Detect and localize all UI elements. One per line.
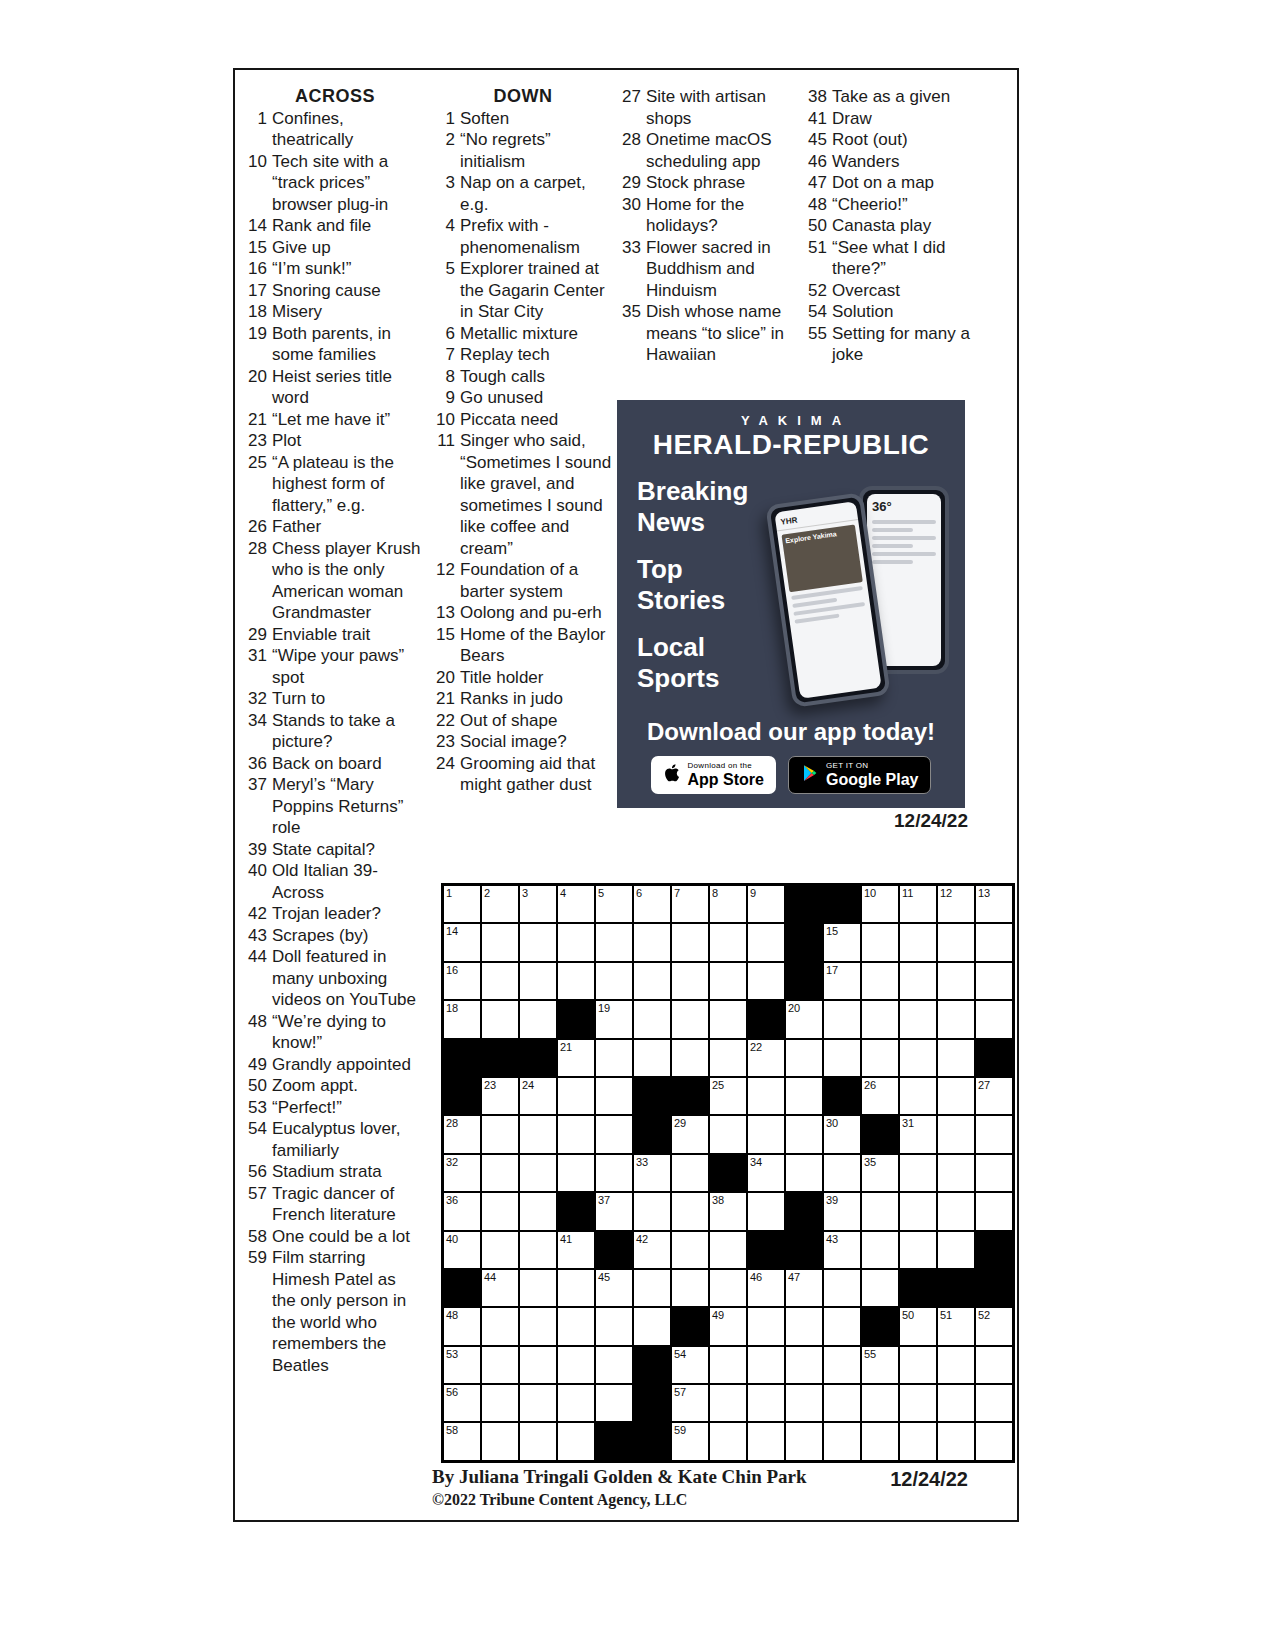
grid-cell[interactable]: 59 [671, 1422, 709, 1460]
down-clue-46: 46Wanders [806, 151, 976, 173]
grid-cell[interactable] [899, 962, 937, 1000]
grid-cell[interactable]: 10 [861, 885, 899, 923]
clue-number: 6 [434, 323, 460, 345]
clue-text: Out of shape [460, 710, 612, 732]
grid-cell[interactable] [519, 1269, 557, 1307]
cell-number: 44 [484, 1271, 496, 1283]
grid-cell[interactable]: 4 [557, 885, 595, 923]
grid-cell[interactable]: 12 [937, 885, 975, 923]
grid-cell[interactable] [481, 1192, 519, 1230]
grid-cell[interactable] [899, 1039, 937, 1077]
down-clue-51: 51“See what I did there?” [806, 237, 976, 280]
grid-cell[interactable] [899, 1000, 937, 1038]
grid-cell[interactable] [671, 1269, 709, 1307]
grid-cell[interactable] [861, 1192, 899, 1230]
grid-cell[interactable] [861, 962, 899, 1000]
clue-text: Scrapes (by) [272, 925, 424, 947]
grid-cell[interactable] [633, 1000, 671, 1038]
grid-cell[interactable]: 57 [671, 1384, 709, 1422]
black-cell [975, 1231, 1013, 1269]
grid-cell[interactable]: 53 [443, 1346, 481, 1384]
cell-number: 54 [674, 1348, 686, 1360]
grid-cell[interactable] [785, 1115, 823, 1153]
grid-cell[interactable] [671, 1192, 709, 1230]
grid-cell[interactable] [633, 962, 671, 1000]
grid-cell[interactable]: 16 [443, 962, 481, 1000]
cell-number: 33 [636, 1156, 648, 1168]
grid-cell[interactable] [747, 1384, 785, 1422]
clue-number: 10 [434, 409, 460, 431]
grid-cell[interactable] [671, 1154, 709, 1192]
grid-cell[interactable] [481, 1307, 519, 1345]
grid-cell[interactable] [975, 1000, 1013, 1038]
clue-number: 15 [434, 624, 460, 667]
grid-cell[interactable] [937, 1154, 975, 1192]
grid-cell[interactable] [709, 1000, 747, 1038]
grid-cell[interactable] [937, 1115, 975, 1153]
grid-cell[interactable]: 2 [481, 885, 519, 923]
cell-number: 22 [750, 1041, 762, 1053]
grid-cell[interactable] [709, 1422, 747, 1460]
clue-text: Rank and file [272, 215, 424, 237]
cell-number: 48 [446, 1309, 458, 1321]
grid-cell[interactable] [709, 1115, 747, 1153]
grid-cell[interactable] [671, 1039, 709, 1077]
grid-cell[interactable] [709, 1346, 747, 1384]
clue-text: Take as a given [832, 86, 976, 108]
grid-cell[interactable]: 9 [747, 885, 785, 923]
grid-cell[interactable] [937, 1422, 975, 1460]
grid-cell[interactable]: 21 [557, 1039, 595, 1077]
grid-cell[interactable]: 50 [899, 1307, 937, 1345]
down-clues-column-1: DOWN 1Soften2“No regrets” initialism3Nap… [434, 86, 612, 796]
clue-number: 28 [620, 129, 646, 172]
black-cell [785, 1231, 823, 1269]
grid-cell[interactable]: 39 [823, 1192, 861, 1230]
grid-cell[interactable]: 26 [861, 1077, 899, 1115]
down-clue-45: 45Root (out) [806, 129, 976, 151]
grid-cell[interactable]: 43 [823, 1231, 861, 1269]
across-clue-21: 21“Let me have it” [246, 409, 424, 431]
grid-cell[interactable]: 31 [899, 1115, 937, 1153]
grid-cell[interactable]: 42 [633, 1231, 671, 1269]
grid-cell[interactable]: 28 [443, 1115, 481, 1153]
black-cell [557, 1000, 595, 1038]
grid-cell[interactable] [861, 1000, 899, 1038]
grid-cell[interactable] [709, 923, 747, 961]
grid-cell[interactable] [899, 1077, 937, 1115]
grid-cell[interactable]: 7 [671, 885, 709, 923]
grid-cell[interactable] [747, 1115, 785, 1153]
grid-cell[interactable]: 20 [785, 1000, 823, 1038]
clue-number: 17 [246, 280, 272, 302]
cell-number: 1 [446, 887, 452, 899]
clue-text: Overcast [832, 280, 976, 302]
grid-cell[interactable] [557, 1307, 595, 1345]
grid-cell[interactable]: 22 [747, 1039, 785, 1077]
grid-cell[interactable] [861, 1039, 899, 1077]
grid-cell[interactable] [519, 1307, 557, 1345]
grid-cell[interactable] [899, 1192, 937, 1230]
grid-cell[interactable] [747, 1077, 785, 1115]
grid-cell[interactable]: 41 [557, 1231, 595, 1269]
grid-cell[interactable] [595, 1346, 633, 1384]
grid-cell[interactable] [823, 1154, 861, 1192]
grid-cell[interactable] [557, 1115, 595, 1153]
grid-cell[interactable] [557, 1269, 595, 1307]
black-cell [823, 1077, 861, 1115]
grid-cell[interactable] [823, 1307, 861, 1345]
clue-text: Stock phrase [646, 172, 794, 194]
grid-cell[interactable] [519, 1154, 557, 1192]
grid-cell[interactable] [595, 1384, 633, 1422]
black-cell [937, 1269, 975, 1307]
clue-number: 12 [434, 559, 460, 602]
grid-cell[interactable]: 17 [823, 962, 861, 1000]
across-clue-32: 32Turn to [246, 688, 424, 710]
cell-number: 36 [446, 1194, 458, 1206]
down-clue-55: 55Setting for many a joke [806, 323, 976, 366]
grid-cell[interactable] [975, 923, 1013, 961]
grid-cell[interactable] [937, 1000, 975, 1038]
cell-number: 32 [446, 1156, 458, 1168]
down-header: DOWN [434, 86, 612, 108]
cell-number: 14 [446, 925, 458, 937]
grid-cell[interactable] [861, 1384, 899, 1422]
ad-feature-local-sports: Local Sports [637, 632, 767, 694]
grid-cell[interactable] [823, 1000, 861, 1038]
grid-cell[interactable]: 13 [975, 885, 1013, 923]
grid-cell[interactable] [595, 1115, 633, 1153]
down-clue-9: 9Go unused [434, 387, 612, 409]
grid-cell[interactable] [557, 1422, 595, 1460]
grid-cell[interactable] [785, 1077, 823, 1115]
across-clue-list: 1Confines, theatrically10Tech site with … [246, 108, 424, 1377]
grid-cell[interactable] [519, 1422, 557, 1460]
clue-text: Chess player Krush who is the only Ameri… [272, 538, 424, 624]
grid-cell[interactable] [595, 923, 633, 961]
black-cell [481, 1039, 519, 1077]
grid-cell[interactable] [937, 1077, 975, 1115]
down-clue-35: 35Dish whose name means “to slice” in Ha… [620, 301, 794, 366]
grid-cell[interactable] [481, 1231, 519, 1269]
grid-cell[interactable]: 18 [443, 1000, 481, 1038]
grid-cell[interactable] [861, 1269, 899, 1307]
black-cell [975, 1039, 1013, 1077]
grid-cell[interactable] [975, 1384, 1013, 1422]
grid-cell[interactable]: 25 [709, 1077, 747, 1115]
grid-cell[interactable]: 38 [709, 1192, 747, 1230]
down-clue-48: 48“Cheerio!” [806, 194, 976, 216]
clue-text: Old Italian 39-Across [272, 860, 424, 903]
grid-cell[interactable] [937, 1384, 975, 1422]
grid-cell[interactable] [671, 1231, 709, 1269]
grid-cell[interactable] [595, 962, 633, 1000]
cell-number: 26 [864, 1079, 876, 1091]
grid-cell[interactable] [519, 1346, 557, 1384]
grid-cell[interactable]: 30 [823, 1115, 861, 1153]
grid-cell[interactable] [899, 1154, 937, 1192]
black-cell [747, 1000, 785, 1038]
clue-text: “We’re dying to know!” [272, 1011, 424, 1054]
grid-cell[interactable]: 51 [937, 1307, 975, 1345]
grid-cell[interactable]: 1 [443, 885, 481, 923]
grid-cell[interactable]: 54 [671, 1346, 709, 1384]
grid-cell[interactable] [481, 1384, 519, 1422]
grid-cell[interactable] [633, 1269, 671, 1307]
clue-text: “See what I did there?” [832, 237, 976, 280]
grid-cell[interactable]: 49 [709, 1307, 747, 1345]
grid-cell[interactable]: 48 [443, 1307, 481, 1345]
cell-number: 4 [560, 887, 566, 899]
grid-cell[interactable]: 55 [861, 1346, 899, 1384]
grid-cell[interactable] [481, 1346, 519, 1384]
grid-cell[interactable] [975, 1422, 1013, 1460]
clue-text: “I’m sunk!” [272, 258, 424, 280]
clue-text: Tragic dancer of French literature [272, 1183, 424, 1226]
clue-number: 48 [246, 1011, 272, 1054]
grid-cell[interactable] [519, 1384, 557, 1422]
grid-cell[interactable] [899, 1422, 937, 1460]
grid-cell[interactable] [747, 1422, 785, 1460]
across-clue-20: 20Heist series title word [246, 366, 424, 409]
byline: By Juliana Tringali Golden & Kate Chin P… [432, 1466, 807, 1488]
grid-cell[interactable] [557, 923, 595, 961]
grid-cell[interactable]: 19 [595, 1000, 633, 1038]
cell-number: 20 [788, 1002, 800, 1014]
clue-number: 59 [246, 1247, 272, 1376]
grid-cell[interactable]: 14 [443, 923, 481, 961]
grid-cell[interactable] [975, 1192, 1013, 1230]
grid-cell[interactable] [747, 923, 785, 961]
grid-cell[interactable] [595, 1307, 633, 1345]
grid-cell[interactable] [633, 1039, 671, 1077]
down-clue-28: 28Onetime macOS scheduling app [620, 129, 794, 172]
clue-number: 42 [246, 903, 272, 925]
grid-cell[interactable]: 11 [899, 885, 937, 923]
grid-cell[interactable] [595, 1039, 633, 1077]
grid-cell[interactable] [519, 1000, 557, 1038]
grid-cell[interactable] [557, 1154, 595, 1192]
black-cell [785, 1192, 823, 1230]
grid-cell[interactable] [595, 1154, 633, 1192]
crossword-grid: 1234567891011121314151617181920212223242… [441, 883, 1015, 1463]
grid-cell[interactable]: 29 [671, 1115, 709, 1153]
grid-cell[interactable] [823, 1269, 861, 1307]
google-play-badge[interactable]: GET IT ON Google Play [788, 756, 931, 794]
grid-cell[interactable]: 46 [747, 1269, 785, 1307]
grid-cell[interactable]: 58 [443, 1422, 481, 1460]
down-clue-12: 12Foundation of a barter system [434, 559, 612, 602]
across-clue-31: 31“Wipe your paws” spot [246, 645, 424, 688]
clue-text: Confines, theatrically [272, 108, 424, 151]
cell-number: 42 [636, 1233, 648, 1245]
clue-number: 53 [246, 1097, 272, 1119]
grid-cell[interactable]: 34 [747, 1154, 785, 1192]
grid-cell[interactable] [899, 1346, 937, 1384]
clue-text: Soften [460, 108, 612, 130]
clue-text: Grooming aid that might gather dust [460, 753, 612, 796]
clue-number: 7 [434, 344, 460, 366]
grid-cell[interactable] [633, 1192, 671, 1230]
grid-cell[interactable]: 33 [633, 1154, 671, 1192]
clue-number: 14 [246, 215, 272, 237]
grid-cell[interactable]: 44 [481, 1269, 519, 1307]
cell-number: 16 [446, 964, 458, 976]
clue-number: 1 [246, 108, 272, 151]
grid-cell[interactable] [481, 923, 519, 961]
grid-cell[interactable] [709, 962, 747, 1000]
grid-cell[interactable] [519, 1192, 557, 1230]
clue-number: 8 [434, 366, 460, 388]
grid-cell[interactable] [861, 1231, 899, 1269]
grid-cell[interactable] [709, 1384, 747, 1422]
grid-cell[interactable] [671, 923, 709, 961]
grid-cell[interactable] [481, 962, 519, 1000]
grid-cell[interactable] [557, 1384, 595, 1422]
grid-cell[interactable] [785, 1307, 823, 1345]
clue-number: 54 [246, 1118, 272, 1161]
grid-cell[interactable] [975, 1115, 1013, 1153]
grid-cell[interactable] [747, 1192, 785, 1230]
grid-cell[interactable] [823, 1384, 861, 1422]
black-cell [785, 923, 823, 961]
grid-cell[interactable]: 47 [785, 1269, 823, 1307]
grid-cell[interactable] [899, 1231, 937, 1269]
grid-cell[interactable] [481, 1000, 519, 1038]
grid-cell[interactable]: 52 [975, 1307, 1013, 1345]
clue-number: 4 [434, 215, 460, 258]
clue-number: 27 [620, 86, 646, 129]
grid-cell[interactable]: 40 [443, 1231, 481, 1269]
grid-cell[interactable] [709, 1231, 747, 1269]
grid-cell[interactable] [519, 1115, 557, 1153]
grid-cell[interactable]: 27 [975, 1077, 1013, 1115]
clue-text: Go unused [460, 387, 612, 409]
across-header: ACROSS [246, 86, 424, 108]
grid-cell[interactable] [823, 1039, 861, 1077]
black-cell [557, 1192, 595, 1230]
black-cell [595, 1422, 633, 1460]
grid-cell[interactable] [975, 1346, 1013, 1384]
down-clue-15: 15Home of the Baylor Bears [434, 624, 612, 667]
grid-cell[interactable]: 8 [709, 885, 747, 923]
grid-cell[interactable]: 37 [595, 1192, 633, 1230]
grid-cell[interactable]: 36 [443, 1192, 481, 1230]
grid-cell[interactable] [519, 923, 557, 961]
down-clue-24: 24Grooming aid that might gather dust [434, 753, 612, 796]
across-clue-18: 18Misery [246, 301, 424, 323]
grid-cell[interactable] [823, 1422, 861, 1460]
grid-cell[interactable]: 3 [519, 885, 557, 923]
grid-cell[interactable] [975, 962, 1013, 1000]
grid-cell[interactable] [671, 962, 709, 1000]
black-cell [633, 1077, 671, 1115]
clue-number: 51 [806, 237, 832, 280]
grid-cell[interactable] [899, 1384, 937, 1422]
grid-cell[interactable] [823, 1346, 861, 1384]
grid-cell[interactable] [595, 1077, 633, 1115]
grid-cell[interactable] [557, 1077, 595, 1115]
placeholder-bar [872, 520, 936, 524]
cell-number: 46 [750, 1271, 762, 1283]
grid-cell[interactable]: 45 [595, 1269, 633, 1307]
cell-number: 24 [522, 1079, 534, 1091]
grid-cell[interactable]: 6 [633, 885, 671, 923]
grid-cell[interactable] [785, 1384, 823, 1422]
clue-number: 10 [246, 151, 272, 216]
cell-number: 3 [522, 887, 528, 899]
grid-cell[interactable] [937, 1039, 975, 1077]
grid-cell[interactable]: 56 [443, 1384, 481, 1422]
grid-cell[interactable] [481, 1422, 519, 1460]
clue-text: State capital? [272, 839, 424, 861]
grid-cell[interactable] [481, 1154, 519, 1192]
google-play-badge-big-text: Google Play [826, 772, 918, 788]
grid-cell[interactable]: 5 [595, 885, 633, 923]
grid-cell[interactable] [785, 1154, 823, 1192]
grid-cell[interactable] [481, 1115, 519, 1153]
grid-cell[interactable] [899, 923, 937, 961]
grid-cell[interactable]: 24 [519, 1077, 557, 1115]
grid-cell[interactable]: 15 [823, 923, 861, 961]
grid-cell[interactable] [557, 1346, 595, 1384]
grid-cell[interactable] [709, 1039, 747, 1077]
cell-number: 58 [446, 1424, 458, 1436]
grid-cell[interactable] [937, 1346, 975, 1384]
grid-cell[interactable] [633, 923, 671, 961]
grid-cell[interactable] [747, 1307, 785, 1345]
grid-cell[interactable] [975, 1154, 1013, 1192]
grid-cell[interactable]: 32 [443, 1154, 481, 1192]
grid-cell[interactable] [937, 1192, 975, 1230]
ad-masthead-brand: HERALD-REPUBLIC [617, 429, 965, 461]
grid-cell[interactable] [785, 1346, 823, 1384]
grid-cell[interactable] [671, 1000, 709, 1038]
grid-cell[interactable] [861, 1422, 899, 1460]
down-clue-54: 54Solution [806, 301, 976, 323]
grid-cell[interactable] [519, 962, 557, 1000]
cell-number: 13 [978, 887, 990, 899]
clue-text: Snoring cause [272, 280, 424, 302]
grid-cell[interactable] [557, 962, 595, 1000]
grid-cell[interactable] [709, 1269, 747, 1307]
grid-cell[interactable] [937, 923, 975, 961]
clue-number: 56 [246, 1161, 272, 1183]
clue-number: 50 [806, 215, 832, 237]
grid-cell[interactable] [785, 1422, 823, 1460]
grid-cell[interactable] [785, 1039, 823, 1077]
grid-cell[interactable] [861, 923, 899, 961]
grid-cell[interactable] [937, 962, 975, 1000]
placeholder-bar [872, 560, 913, 564]
grid-cell[interactable]: 23 [481, 1077, 519, 1115]
cell-number: 15 [826, 925, 838, 937]
grid-cell[interactable] [747, 1346, 785, 1384]
grid-cell[interactable] [633, 1307, 671, 1345]
cell-number: 40 [446, 1233, 458, 1245]
grid-cell[interactable] [937, 1231, 975, 1269]
across-clue-58: 58One could be a lot [246, 1226, 424, 1248]
clue-text: Canasta play [832, 215, 976, 237]
grid-cell[interactable] [747, 962, 785, 1000]
across-clue-37: 37Meryl’s “Mary Poppins Returns” role [246, 774, 424, 839]
app-store-badge[interactable]: Download on the App Store [651, 756, 776, 794]
down-clue-11: 11Singer who said, “Sometimes I sound li… [434, 430, 612, 559]
grid-cell[interactable]: 35 [861, 1154, 899, 1192]
grid-cell[interactable] [519, 1231, 557, 1269]
across-clue-50: 50Zoom appt. [246, 1075, 424, 1097]
